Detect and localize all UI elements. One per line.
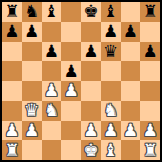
square-b6[interactable] (22, 42, 42, 62)
square-f7[interactable]: ♟ (101, 22, 121, 42)
square-e7[interactable] (81, 22, 101, 42)
white-pawn[interactable]: ♟ (143, 121, 158, 138)
white-king[interactable]: ♚ (83, 141, 98, 158)
black-pawn[interactable]: ♟ (123, 23, 138, 40)
square-g7[interactable]: ♟ (121, 22, 141, 42)
black-pawn[interactable]: ♟ (24, 23, 39, 40)
square-a3[interactable] (2, 101, 22, 121)
square-g8[interactable] (121, 2, 141, 22)
square-e3[interactable] (81, 101, 101, 121)
white-pawn[interactable]: ♟ (103, 121, 118, 138)
square-b7[interactable]: ♟ (22, 22, 42, 42)
square-h3[interactable] (140, 101, 160, 121)
black-pawn[interactable]: ♟ (103, 23, 118, 40)
square-a6[interactable] (2, 42, 22, 62)
square-g3[interactable] (121, 101, 141, 121)
square-c1[interactable] (42, 140, 62, 160)
square-b3[interactable]: ♛ (22, 101, 42, 121)
black-knight[interactable]: ♞ (24, 3, 39, 20)
chess-diagram: ♜♞♝♚♝♜♟♟♟♟♟♟♛♟♟♟♟♛♞♞♟♟♟♟♟♟♜♚♝♜ (0, 0, 162, 162)
square-b5[interactable] (22, 61, 42, 81)
black-pawn[interactable]: ♟ (143, 42, 158, 59)
square-e1[interactable]: ♚ (81, 140, 101, 160)
square-h4[interactable] (140, 81, 160, 101)
white-rook[interactable]: ♜ (143, 141, 158, 158)
square-c4[interactable]: ♟ (42, 81, 62, 101)
square-f6[interactable]: ♛ (101, 42, 121, 62)
square-e6[interactable]: ♟ (81, 42, 101, 62)
black-bishop[interactable]: ♝ (44, 3, 59, 20)
black-rook[interactable]: ♜ (4, 3, 19, 20)
square-f4[interactable] (101, 81, 121, 101)
square-a4[interactable] (2, 81, 22, 101)
square-h7[interactable] (140, 22, 160, 42)
white-pawn[interactable]: ♟ (83, 121, 98, 138)
square-g4[interactable] (121, 81, 141, 101)
square-g1[interactable] (121, 140, 141, 160)
square-f5[interactable] (101, 61, 121, 81)
square-c8[interactable]: ♝ (42, 2, 62, 22)
square-a2[interactable]: ♟ (2, 121, 22, 141)
square-f3[interactable]: ♞ (101, 101, 121, 121)
square-f8[interactable]: ♝ (101, 2, 121, 22)
square-a5[interactable] (2, 61, 22, 81)
square-d3[interactable] (61, 101, 81, 121)
square-c3[interactable]: ♞ (42, 101, 62, 121)
square-c2[interactable] (42, 121, 62, 141)
black-pawn[interactable]: ♟ (44, 42, 59, 59)
white-bishop[interactable]: ♝ (103, 141, 118, 158)
white-pawn[interactable]: ♟ (64, 82, 79, 99)
white-queen[interactable]: ♛ (24, 102, 39, 119)
square-d7[interactable] (61, 22, 81, 42)
square-a7[interactable]: ♟ (2, 22, 22, 42)
square-a8[interactable]: ♜ (2, 2, 22, 22)
white-rook[interactable]: ♜ (4, 141, 19, 158)
square-c7[interactable] (42, 22, 62, 42)
square-b8[interactable]: ♞ (22, 2, 42, 22)
square-f2[interactable]: ♟ (101, 121, 121, 141)
black-king[interactable]: ♚ (83, 3, 98, 20)
square-h8[interactable]: ♜ (140, 2, 160, 22)
black-bishop[interactable]: ♝ (103, 3, 118, 20)
square-d1[interactable] (61, 140, 81, 160)
square-d2[interactable] (61, 121, 81, 141)
square-h5[interactable] (140, 61, 160, 81)
white-knight[interactable]: ♞ (103, 102, 118, 119)
white-pawn[interactable]: ♟ (123, 121, 138, 138)
black-pawn[interactable]: ♟ (83, 42, 98, 59)
black-pawn[interactable]: ♟ (4, 23, 19, 40)
square-f1[interactable]: ♝ (101, 140, 121, 160)
white-pawn[interactable]: ♟ (4, 121, 19, 138)
white-knight[interactable]: ♞ (44, 102, 59, 119)
square-b4[interactable] (22, 81, 42, 101)
square-e4[interactable] (81, 81, 101, 101)
square-e2[interactable]: ♟ (81, 121, 101, 141)
square-c6[interactable]: ♟ (42, 42, 62, 62)
black-queen[interactable]: ♛ (103, 42, 118, 59)
square-b1[interactable] (22, 140, 42, 160)
black-rook[interactable]: ♜ (143, 3, 158, 20)
square-g6[interactable] (121, 42, 141, 62)
square-h1[interactable]: ♜ (140, 140, 160, 160)
square-b2[interactable]: ♟ (22, 121, 42, 141)
square-g2[interactable]: ♟ (121, 121, 141, 141)
square-g5[interactable] (121, 61, 141, 81)
square-e8[interactable]: ♚ (81, 2, 101, 22)
square-d4[interactable]: ♟ (61, 81, 81, 101)
chess-board: ♜♞♝♚♝♜♟♟♟♟♟♟♛♟♟♟♟♛♞♞♟♟♟♟♟♟♜♚♝♜ (0, 0, 162, 162)
white-pawn[interactable]: ♟ (24, 121, 39, 138)
square-e5[interactable] (81, 61, 101, 81)
square-a1[interactable]: ♜ (2, 140, 22, 160)
square-d6[interactable] (61, 42, 81, 62)
square-d8[interactable] (61, 2, 81, 22)
square-h2[interactable]: ♟ (140, 121, 160, 141)
square-d5[interactable]: ♟ (61, 61, 81, 81)
white-pawn[interactable]: ♟ (44, 82, 59, 99)
square-h6[interactable]: ♟ (140, 42, 160, 62)
black-pawn[interactable]: ♟ (64, 62, 79, 79)
square-c5[interactable] (42, 61, 62, 81)
